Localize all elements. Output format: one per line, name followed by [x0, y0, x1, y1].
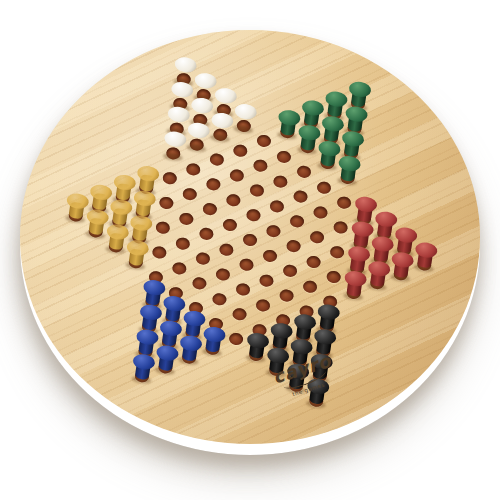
board-hole[interactable] — [192, 276, 208, 290]
board-hole[interactable] — [333, 221, 349, 235]
board-hole[interactable] — [228, 332, 244, 346]
peg-red[interactable] — [342, 269, 368, 302]
peg-white[interactable] — [232, 102, 258, 135]
board-hole[interactable] — [159, 196, 175, 210]
peg-blue[interactable] — [153, 344, 179, 377]
board-hole[interactable] — [253, 159, 269, 173]
board-hole[interactable] — [212, 292, 228, 306]
board-hole[interactable] — [155, 221, 171, 235]
board-hole[interactable] — [306, 255, 322, 269]
board-hole[interactable] — [259, 273, 275, 287]
board-hole[interactable] — [336, 196, 352, 210]
board-hole[interactable] — [229, 168, 245, 182]
board-hole[interactable] — [266, 224, 282, 238]
peg-red[interactable] — [365, 260, 391, 293]
board-hole[interactable] — [172, 261, 188, 275]
board-hole[interactable] — [175, 236, 191, 250]
board-hole[interactable] — [276, 149, 292, 163]
board-hole[interactable] — [182, 187, 198, 201]
board-hole[interactable] — [296, 165, 312, 179]
board-hole[interactable] — [329, 245, 345, 259]
peg-blue[interactable] — [201, 325, 227, 358]
board-hole[interactable] — [273, 174, 289, 188]
board-hole[interactable] — [255, 298, 271, 312]
board-hole[interactable] — [282, 264, 298, 278]
peg-white[interactable] — [185, 121, 211, 154]
board-hole[interactable] — [262, 249, 278, 263]
peg-yellow[interactable] — [124, 239, 150, 272]
board-hole[interactable] — [195, 252, 211, 266]
star-grid — [0, 0, 500, 500]
peg-red[interactable] — [389, 250, 415, 283]
board-hole[interactable] — [179, 212, 195, 226]
peg-white[interactable] — [161, 130, 187, 163]
board-hole[interactable] — [206, 177, 222, 191]
board-hole[interactable] — [209, 153, 225, 167]
board-hole[interactable] — [289, 214, 305, 228]
board-hole[interactable] — [152, 246, 168, 260]
board-hole[interactable] — [269, 199, 285, 213]
board-hole[interactable] — [302, 279, 318, 293]
board-hole[interactable] — [326, 270, 342, 284]
peg-white[interactable] — [208, 112, 234, 145]
peg-blue[interactable] — [177, 334, 203, 367]
board-hole[interactable] — [242, 233, 258, 247]
board-hole[interactable] — [199, 227, 215, 241]
board-hole[interactable] — [222, 218, 238, 232]
peg-blue[interactable] — [130, 353, 156, 386]
board-hole[interactable] — [215, 267, 231, 281]
board-hole[interactable] — [293, 190, 309, 204]
board-hole[interactable] — [239, 258, 255, 272]
board-hole[interactable] — [249, 184, 265, 198]
product-photo-scene: cayro the games — [0, 0, 500, 500]
board-hole[interactable] — [226, 193, 242, 207]
peg-red[interactable] — [412, 241, 438, 274]
peg-green[interactable] — [336, 155, 362, 188]
board-hole[interactable] — [219, 242, 235, 256]
board-hole[interactable] — [162, 171, 178, 185]
board-hole[interactable] — [202, 202, 218, 216]
board-hole[interactable] — [286, 239, 302, 253]
board-hole[interactable] — [256, 134, 272, 148]
board-hole[interactable] — [233, 143, 249, 157]
board-hole[interactable] — [246, 208, 262, 222]
board-hole[interactable] — [186, 162, 202, 176]
board-hole[interactable] — [313, 205, 329, 219]
board-hole[interactable] — [232, 307, 248, 321]
board-hole[interactable] — [235, 283, 251, 297]
board-hole[interactable] — [309, 230, 325, 244]
board-hole[interactable] — [279, 289, 295, 303]
board-hole[interactable] — [316, 180, 332, 194]
